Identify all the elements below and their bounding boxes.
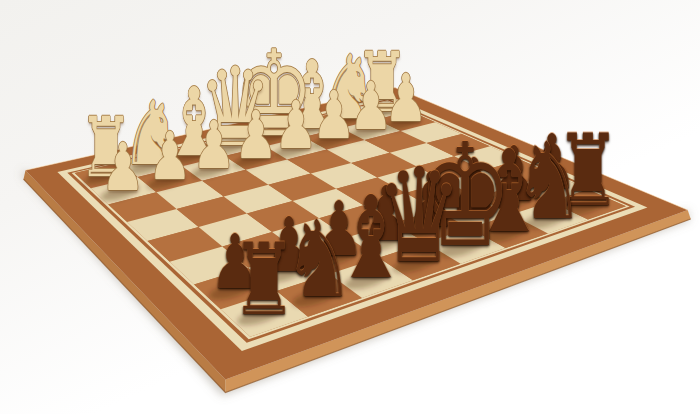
chess-board xyxy=(0,0,700,414)
chess-set-photo: ♜♞♝♛♚♝♞♜♟♟♟♟♟♟♟♟♟♟♟♟♟♟♟♟♜♞♝♛♚♝♞♜ xyxy=(0,0,700,414)
